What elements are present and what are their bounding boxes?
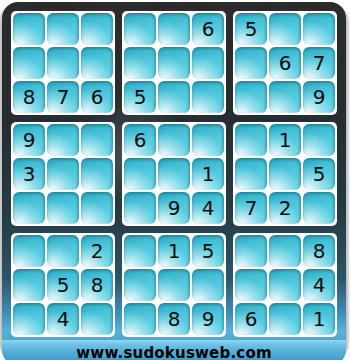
- cell-r8c4[interactable]: [124, 269, 156, 301]
- cell-r5c5[interactable]: [158, 158, 190, 190]
- cell-r7c3[interactable]: 2: [81, 235, 113, 267]
- cell-r2c4[interactable]: [124, 47, 156, 79]
- cell-r4c7[interactable]: [235, 124, 267, 156]
- cell-r6c8[interactable]: 2: [269, 192, 301, 224]
- cell-r6c6[interactable]: 4: [192, 192, 224, 224]
- cell-r9c9[interactable]: 1: [303, 303, 335, 335]
- cell-r9c7[interactable]: 6: [235, 303, 267, 335]
- cell-r3c8[interactable]: [269, 81, 301, 113]
- cell-r8c2[interactable]: 5: [47, 269, 79, 301]
- cell-r1c8[interactable]: [269, 13, 301, 45]
- cell-r2c1[interactable]: [13, 47, 45, 79]
- cell-r2c5[interactable]: [158, 47, 190, 79]
- block-1-2: 65: [122, 11, 226, 115]
- cell-r9c2[interactable]: 4: [47, 303, 79, 335]
- cell-r3c5[interactable]: [158, 81, 190, 113]
- footer-bar: www.sudokusweb.com: [2, 340, 346, 360]
- cell-r9c4[interactable]: [124, 303, 156, 335]
- cell-r5c4[interactable]: [124, 158, 156, 190]
- cell-r8c9[interactable]: 4: [303, 269, 335, 301]
- cell-r5c3[interactable]: [81, 158, 113, 190]
- cell-r2c7[interactable]: [235, 47, 267, 79]
- cell-r3c1[interactable]: 8: [13, 81, 45, 113]
- cell-r1c5[interactable]: [158, 13, 190, 45]
- blocks: 8766556799361941572258415898461: [11, 11, 337, 337]
- cell-r4c2[interactable]: [47, 124, 79, 156]
- cell-r5c6[interactable]: 1: [192, 158, 224, 190]
- page: 8766556799361941572258415898461 www.sudo…: [0, 0, 350, 360]
- cell-r9c8[interactable]: [269, 303, 301, 335]
- cell-r5c7[interactable]: [235, 158, 267, 190]
- cell-r8c8[interactable]: [269, 269, 301, 301]
- block-2-3: 1572: [233, 122, 337, 226]
- block-1-1: 876: [11, 11, 115, 115]
- cell-r4c8[interactable]: 1: [269, 124, 301, 156]
- cell-r2c6[interactable]: [192, 47, 224, 79]
- block-3-2: 1589: [122, 233, 226, 337]
- cell-r7c1[interactable]: [13, 235, 45, 267]
- cell-r8c3[interactable]: 8: [81, 269, 113, 301]
- cell-r8c5[interactable]: [158, 269, 190, 301]
- cell-r6c3[interactable]: [81, 192, 113, 224]
- cell-r8c7[interactable]: [235, 269, 267, 301]
- cell-r6c7[interactable]: 7: [235, 192, 267, 224]
- cell-r1c2[interactable]: [47, 13, 79, 45]
- cell-r6c5[interactable]: 9: [158, 192, 190, 224]
- block-1-3: 5679: [233, 11, 337, 115]
- cell-r3c6[interactable]: [192, 81, 224, 113]
- block-2-1: 93: [11, 122, 115, 226]
- cell-r1c3[interactable]: [81, 13, 113, 45]
- cell-r8c1[interactable]: [13, 269, 45, 301]
- cell-r5c1[interactable]: 3: [13, 158, 45, 190]
- cell-r6c2[interactable]: [47, 192, 79, 224]
- cell-r6c1[interactable]: [13, 192, 45, 224]
- cell-r7c8[interactable]: [269, 235, 301, 267]
- cell-r7c5[interactable]: 1: [158, 235, 190, 267]
- cell-r3c9[interactable]: 9: [303, 81, 335, 113]
- cell-r1c6[interactable]: 6: [192, 13, 224, 45]
- cell-r4c5[interactable]: [158, 124, 190, 156]
- cell-r7c2[interactable]: [47, 235, 79, 267]
- cell-r8c6[interactable]: [192, 269, 224, 301]
- cell-r7c6[interactable]: 5: [192, 235, 224, 267]
- cell-r4c6[interactable]: [192, 124, 224, 156]
- cell-r5c8[interactable]: [269, 158, 301, 190]
- cell-r3c2[interactable]: 7: [47, 81, 79, 113]
- cell-r1c4[interactable]: [124, 13, 156, 45]
- footer-url-link[interactable]: www.sudokusweb.com: [76, 344, 271, 360]
- cell-r1c7[interactable]: 5: [235, 13, 267, 45]
- cell-r2c2[interactable]: [47, 47, 79, 79]
- cell-r7c7[interactable]: [235, 235, 267, 267]
- cell-r3c3[interactable]: 6: [81, 81, 113, 113]
- cell-r9c6[interactable]: 9: [192, 303, 224, 335]
- block-2-2: 6194: [122, 122, 226, 226]
- cell-r4c9[interactable]: [303, 124, 335, 156]
- sudoku-board: 8766556799361941572258415898461 www.sudo…: [2, 2, 346, 356]
- cell-r7c9[interactable]: 8: [303, 235, 335, 267]
- cell-r4c3[interactable]: [81, 124, 113, 156]
- cell-r9c3[interactable]: [81, 303, 113, 335]
- cell-r9c5[interactable]: 8: [158, 303, 190, 335]
- cell-r3c4[interactable]: 5: [124, 81, 156, 113]
- cell-r7c4[interactable]: [124, 235, 156, 267]
- cell-r2c3[interactable]: [81, 47, 113, 79]
- cell-r5c2[interactable]: [47, 158, 79, 190]
- block-3-3: 8461: [233, 233, 337, 337]
- cell-r1c9[interactable]: [303, 13, 335, 45]
- cell-r9c1[interactable]: [13, 303, 45, 335]
- cell-r4c1[interactable]: 9: [13, 124, 45, 156]
- cell-r3c7[interactable]: [235, 81, 267, 113]
- cell-r1c1[interactable]: [13, 13, 45, 45]
- cell-r2c9[interactable]: 7: [303, 47, 335, 79]
- block-3-1: 2584: [11, 233, 115, 337]
- cell-r4c4[interactable]: 6: [124, 124, 156, 156]
- cell-r2c8[interactable]: 6: [269, 47, 301, 79]
- cell-r5c9[interactable]: 5: [303, 158, 335, 190]
- cell-r6c9[interactable]: [303, 192, 335, 224]
- cell-r6c4[interactable]: [124, 192, 156, 224]
